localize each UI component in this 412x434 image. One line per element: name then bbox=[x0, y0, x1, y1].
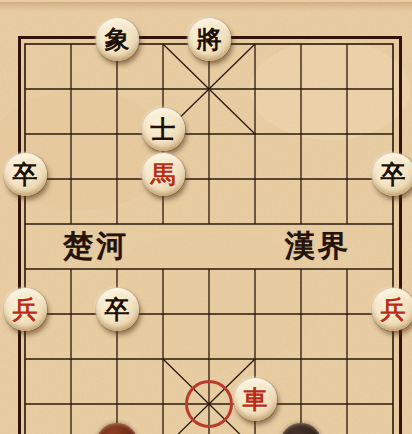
pieces-layer: 象將士卒馬卒兵卒兵車 bbox=[2, 21, 412, 434]
piece-red-soldier-a[interactable]: 兵 bbox=[4, 288, 47, 331]
piece-black-elephant[interactable]: 象 bbox=[96, 18, 139, 61]
piece-glyph: 將 bbox=[197, 27, 222, 52]
piece-black-soldier-b[interactable]: 卒 bbox=[372, 153, 412, 196]
board-cell: 卒 bbox=[370, 156, 412, 201]
piece-glyph: 兵 bbox=[381, 297, 406, 322]
piece-glyph: 車 bbox=[243, 387, 268, 412]
piece-red-chariot[interactable]: 車 bbox=[234, 378, 277, 421]
board-cell: 馬 bbox=[140, 156, 186, 201]
board-cell: 卒 bbox=[94, 291, 140, 336]
piece-glyph: 卒 bbox=[13, 162, 38, 187]
piece-glyph: 兵 bbox=[13, 297, 38, 322]
board-cell: 將 bbox=[186, 21, 232, 66]
piece-black-soldier-a[interactable]: 卒 bbox=[4, 153, 47, 196]
piece-glyph: 馬 bbox=[151, 162, 176, 187]
xiangqi-board[interactable]: 楚河 漢界 象將士卒馬卒兵卒兵車 bbox=[0, 0, 412, 434]
piece-black-soldier-c[interactable]: 卒 bbox=[96, 288, 139, 331]
piece-glyph: 卒 bbox=[105, 297, 130, 322]
board-cell: 卒 bbox=[2, 156, 48, 201]
board-cell: 兵 bbox=[2, 291, 48, 336]
board-cell: 車 bbox=[232, 381, 278, 426]
board-cell: 兵 bbox=[370, 291, 412, 336]
piece-black-advisor[interactable]: 士 bbox=[142, 108, 185, 151]
piece-red-soldier-b[interactable]: 兵 bbox=[372, 288, 412, 331]
piece-glyph: 卒 bbox=[381, 162, 406, 187]
piece-red-horse[interactable]: 馬 bbox=[142, 153, 185, 196]
piece-glyph: 士 bbox=[151, 117, 176, 142]
piece-glyph: 象 bbox=[105, 27, 130, 52]
board-cell: 象 bbox=[94, 21, 140, 66]
piece-black-general[interactable]: 將 bbox=[188, 18, 231, 61]
board-cell: 士 bbox=[140, 111, 186, 156]
